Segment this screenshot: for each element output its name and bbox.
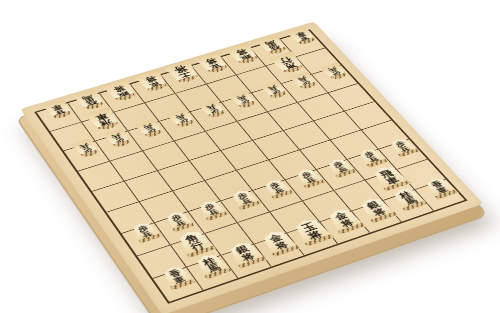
piece-sente-lance[interactable]: 香車 xyxy=(159,264,197,291)
square-47[interactable]: 歩兵 xyxy=(286,170,335,201)
square-93[interactable]: 歩兵 xyxy=(64,141,111,171)
board-face: 香車桂馬銀将金将王将金将銀将桂馬香車飛車角行歩兵歩兵歩兵歩兵歩兵歩兵歩兵歩兵歩兵… xyxy=(20,21,483,313)
square-19[interactable]: 香車 xyxy=(415,179,465,210)
piece-kanji: 将 xyxy=(112,84,127,93)
piece-kanji: 将 xyxy=(204,56,219,65)
board-grid: 香車桂馬銀将金将王将金将銀将桂馬香車飛車角行歩兵歩兵歩兵歩兵歩兵歩兵歩兵歩兵歩兵… xyxy=(34,29,467,303)
piece-kanji: 将 xyxy=(143,75,158,84)
piece-sente-lance[interactable]: 香車 xyxy=(422,176,460,201)
piece-gote-pawn[interactable]: 歩兵 xyxy=(102,128,134,149)
shogi-board: 香車桂馬銀将金将王将金将銀将桂馬香車飛車角行歩兵歩兵歩兵歩兵歩兵歩兵歩兵歩兵歩兵… xyxy=(20,21,483,313)
piece-gote-lance[interactable]: 香車 xyxy=(286,27,319,47)
piece-sente-pawn[interactable]: 歩兵 xyxy=(228,188,262,211)
photo-stage: 香車桂馬銀将金将王将金将銀将桂馬香車飛車角行歩兵歩兵歩兵歩兵歩兵歩兵歩兵歩兵歩兵… xyxy=(0,0,500,313)
piece-kanji: 将 xyxy=(234,48,249,57)
